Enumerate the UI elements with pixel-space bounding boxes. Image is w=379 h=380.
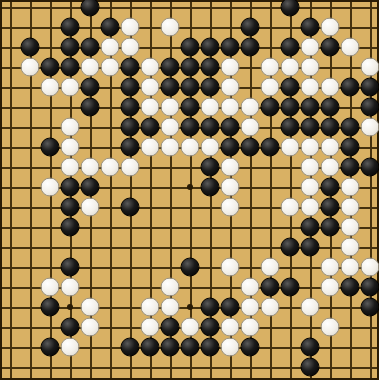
black-stone[interactable] bbox=[301, 338, 320, 357]
white-stone[interactable] bbox=[221, 178, 240, 197]
white-stone[interactable] bbox=[301, 38, 320, 57]
black-stone[interactable] bbox=[61, 198, 80, 217]
black-stone[interactable] bbox=[181, 38, 200, 57]
white-stone[interactable] bbox=[301, 198, 320, 217]
white-stone[interactable] bbox=[241, 298, 260, 317]
black-stone[interactable] bbox=[61, 218, 80, 237]
white-stone[interactable] bbox=[301, 58, 320, 77]
black-stone[interactable] bbox=[361, 298, 379, 317]
black-stone[interactable] bbox=[361, 158, 379, 177]
white-stone[interactable] bbox=[301, 78, 320, 97]
black-stone[interactable] bbox=[81, 98, 100, 117]
white-stone[interactable] bbox=[261, 58, 280, 77]
white-stone[interactable] bbox=[321, 18, 340, 37]
white-stone[interactable] bbox=[281, 138, 300, 157]
black-stone[interactable] bbox=[61, 258, 80, 277]
black-stone[interactable] bbox=[61, 318, 80, 337]
white-stone[interactable] bbox=[321, 138, 340, 157]
white-stone[interactable] bbox=[321, 258, 340, 277]
white-stone[interactable] bbox=[221, 78, 240, 97]
white-stone[interactable] bbox=[281, 58, 300, 77]
go-game-screenshot bbox=[0, 0, 379, 380]
black-stone[interactable] bbox=[201, 118, 220, 137]
white-stone[interactable] bbox=[81, 318, 100, 337]
white-stone[interactable] bbox=[81, 298, 100, 317]
black-stone[interactable] bbox=[201, 338, 220, 357]
black-stone[interactable] bbox=[361, 278, 379, 297]
white-stone[interactable] bbox=[61, 338, 80, 357]
black-stone[interactable] bbox=[61, 58, 80, 77]
black-stone[interactable] bbox=[241, 38, 260, 57]
white-stone[interactable] bbox=[361, 58, 379, 77]
star-point bbox=[67, 304, 73, 310]
white-stone[interactable] bbox=[141, 138, 160, 157]
black-stone[interactable] bbox=[361, 78, 379, 97]
black-stone[interactable] bbox=[41, 338, 60, 357]
black-stone[interactable] bbox=[61, 178, 80, 197]
black-stone[interactable] bbox=[261, 98, 280, 117]
white-stone[interactable] bbox=[261, 298, 280, 317]
white-stone[interactable] bbox=[241, 278, 260, 297]
white-stone[interactable] bbox=[61, 278, 80, 297]
white-stone[interactable] bbox=[241, 318, 260, 337]
white-stone[interactable] bbox=[201, 138, 220, 157]
black-stone[interactable] bbox=[301, 118, 320, 137]
black-stone[interactable] bbox=[281, 238, 300, 257]
white-stone[interactable] bbox=[141, 318, 160, 337]
white-stone[interactable] bbox=[41, 78, 60, 97]
white-stone[interactable] bbox=[321, 158, 340, 177]
black-stone[interactable] bbox=[121, 338, 140, 357]
black-stone[interactable] bbox=[181, 258, 200, 277]
white-stone[interactable] bbox=[341, 198, 360, 217]
black-stone[interactable] bbox=[121, 198, 140, 217]
white-stone[interactable] bbox=[121, 18, 140, 37]
black-stone[interactable] bbox=[121, 58, 140, 77]
star-point bbox=[187, 304, 193, 310]
black-stone[interactable] bbox=[201, 318, 220, 337]
black-stone[interactable] bbox=[301, 238, 320, 257]
black-stone[interactable] bbox=[161, 78, 180, 97]
white-stone[interactable] bbox=[141, 78, 160, 97]
go-board[interactable] bbox=[0, 0, 379, 380]
black-stone[interactable] bbox=[81, 38, 100, 57]
black-stone[interactable] bbox=[81, 78, 100, 97]
white-stone[interactable] bbox=[321, 278, 340, 297]
white-stone[interactable] bbox=[221, 258, 240, 277]
black-stone[interactable] bbox=[61, 18, 80, 37]
white-stone[interactable] bbox=[121, 158, 140, 177]
black-stone[interactable] bbox=[301, 98, 320, 117]
black-stone[interactable] bbox=[161, 338, 180, 357]
white-stone[interactable] bbox=[121, 38, 140, 57]
white-stone[interactable] bbox=[161, 118, 180, 137]
black-stone[interactable] bbox=[141, 338, 160, 357]
white-stone[interactable] bbox=[21, 58, 40, 77]
white-stone[interactable] bbox=[221, 198, 240, 217]
white-stone[interactable] bbox=[161, 278, 180, 297]
black-stone[interactable] bbox=[281, 38, 300, 57]
white-stone[interactable] bbox=[181, 318, 200, 337]
black-stone[interactable] bbox=[281, 78, 300, 97]
black-stone[interactable] bbox=[81, 178, 100, 197]
black-stone[interactable] bbox=[301, 18, 320, 37]
white-stone[interactable] bbox=[161, 18, 180, 37]
black-stone[interactable] bbox=[341, 158, 360, 177]
white-stone[interactable] bbox=[181, 138, 200, 157]
black-stone[interactable] bbox=[221, 38, 240, 57]
black-stone[interactable] bbox=[181, 118, 200, 137]
white-stone[interactable] bbox=[161, 98, 180, 117]
white-stone[interactable] bbox=[61, 138, 80, 157]
white-stone[interactable] bbox=[341, 258, 360, 277]
white-stone[interactable] bbox=[161, 138, 180, 157]
black-stone[interactable] bbox=[281, 278, 300, 297]
black-stone[interactable] bbox=[221, 118, 240, 137]
black-stone[interactable] bbox=[341, 118, 360, 137]
black-stone[interactable] bbox=[121, 78, 140, 97]
black-stone[interactable] bbox=[121, 118, 140, 137]
black-stone[interactable] bbox=[41, 298, 60, 317]
black-stone[interactable] bbox=[181, 98, 200, 117]
white-stone[interactable] bbox=[301, 298, 320, 317]
black-stone[interactable] bbox=[201, 78, 220, 97]
white-stone[interactable] bbox=[301, 158, 320, 177]
black-stone[interactable] bbox=[121, 138, 140, 157]
black-stone[interactable] bbox=[41, 138, 60, 157]
white-stone[interactable] bbox=[281, 198, 300, 217]
black-stone[interactable] bbox=[241, 138, 260, 157]
white-stone[interactable] bbox=[101, 58, 120, 77]
black-stone[interactable] bbox=[321, 38, 340, 57]
black-stone[interactable] bbox=[321, 198, 340, 217]
black-stone[interactable] bbox=[81, 0, 100, 17]
black-stone[interactable] bbox=[21, 38, 40, 57]
white-stone[interactable] bbox=[221, 318, 240, 337]
white-stone[interactable] bbox=[221, 58, 240, 77]
white-stone[interactable] bbox=[241, 98, 260, 117]
white-stone[interactable] bbox=[221, 158, 240, 177]
white-stone[interactable] bbox=[61, 158, 80, 177]
black-stone[interactable] bbox=[221, 138, 240, 157]
black-stone[interactable] bbox=[201, 178, 220, 197]
black-stone[interactable] bbox=[61, 38, 80, 57]
star-point bbox=[187, 184, 193, 190]
black-stone[interactable] bbox=[281, 98, 300, 117]
black-stone[interactable] bbox=[161, 58, 180, 77]
white-stone[interactable] bbox=[301, 178, 320, 197]
white-stone[interactable] bbox=[141, 58, 160, 77]
black-stone[interactable] bbox=[321, 118, 340, 137]
black-stone[interactable] bbox=[301, 218, 320, 237]
white-stone[interactable] bbox=[141, 298, 160, 317]
white-stone[interactable] bbox=[261, 258, 280, 277]
black-stone[interactable] bbox=[121, 98, 140, 117]
white-stone[interactable] bbox=[221, 338, 240, 357]
white-stone[interactable] bbox=[361, 118, 379, 137]
white-stone[interactable] bbox=[341, 178, 360, 197]
black-stone[interactable] bbox=[201, 158, 220, 177]
black-stone[interactable] bbox=[181, 338, 200, 357]
white-stone[interactable] bbox=[61, 118, 80, 137]
white-stone[interactable] bbox=[261, 78, 280, 97]
white-stone[interactable] bbox=[41, 178, 60, 197]
white-stone[interactable] bbox=[341, 38, 360, 57]
white-stone[interactable] bbox=[321, 318, 340, 337]
black-stone[interactable] bbox=[101, 18, 120, 37]
black-stone[interactable] bbox=[201, 298, 220, 317]
white-stone[interactable] bbox=[41, 278, 60, 297]
black-stone[interactable] bbox=[281, 118, 300, 137]
black-stone[interactable] bbox=[241, 18, 260, 37]
white-stone[interactable] bbox=[61, 78, 80, 97]
black-stone[interactable] bbox=[341, 78, 360, 97]
white-stone[interactable] bbox=[241, 118, 260, 137]
black-stone[interactable] bbox=[201, 58, 220, 77]
black-stone[interactable] bbox=[41, 58, 60, 77]
white-stone[interactable] bbox=[201, 98, 220, 117]
white-stone[interactable] bbox=[361, 258, 379, 277]
black-stone[interactable] bbox=[281, 0, 300, 17]
white-stone[interactable] bbox=[341, 218, 360, 237]
white-stone[interactable] bbox=[101, 38, 120, 57]
black-stone[interactable] bbox=[321, 98, 340, 117]
black-stone[interactable] bbox=[161, 318, 180, 337]
white-stone[interactable] bbox=[81, 158, 100, 177]
white-stone[interactable] bbox=[81, 58, 100, 77]
white-stone[interactable] bbox=[161, 298, 180, 317]
black-stone[interactable] bbox=[261, 278, 280, 297]
white-stone[interactable] bbox=[101, 158, 120, 177]
white-stone[interactable] bbox=[301, 138, 320, 157]
white-stone[interactable] bbox=[321, 78, 340, 97]
black-stone[interactable] bbox=[341, 278, 360, 297]
black-stone[interactable] bbox=[341, 138, 360, 157]
black-stone[interactable] bbox=[181, 58, 200, 77]
black-stone[interactable] bbox=[361, 98, 379, 117]
white-stone[interactable] bbox=[141, 98, 160, 117]
white-stone[interactable] bbox=[341, 238, 360, 257]
black-stone[interactable] bbox=[321, 218, 340, 237]
white-stone[interactable] bbox=[221, 98, 240, 117]
black-stone[interactable] bbox=[221, 298, 240, 317]
black-stone[interactable] bbox=[301, 358, 320, 377]
black-stone[interactable] bbox=[241, 338, 260, 357]
black-stone[interactable] bbox=[321, 178, 340, 197]
black-stone[interactable] bbox=[181, 78, 200, 97]
black-stone[interactable] bbox=[141, 118, 160, 137]
black-stone[interactable] bbox=[201, 38, 220, 57]
black-stone[interactable] bbox=[261, 138, 280, 157]
white-stone[interactable] bbox=[81, 198, 100, 217]
